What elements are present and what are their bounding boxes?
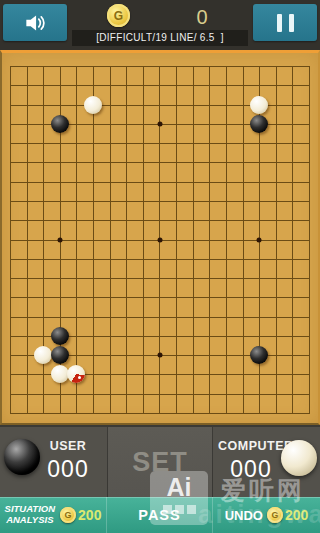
board-cell[interactable] bbox=[159, 220, 176, 239]
board-cell[interactable] bbox=[259, 374, 276, 393]
board-cell[interactable] bbox=[10, 124, 27, 143]
board-cell[interactable] bbox=[193, 105, 210, 124]
board-cell[interactable] bbox=[159, 394, 176, 413]
board-cell[interactable] bbox=[126, 105, 143, 124]
board-cell[interactable] bbox=[27, 182, 44, 201]
pass-button[interactable]: PASS bbox=[107, 497, 213, 533]
board-cell[interactable] bbox=[60, 240, 77, 259]
board-cell[interactable] bbox=[43, 201, 60, 220]
board-cell[interactable] bbox=[176, 201, 193, 220]
board-cell[interactable] bbox=[10, 201, 27, 220]
board-cell[interactable] bbox=[193, 317, 210, 336]
board-cell[interactable] bbox=[193, 297, 210, 316]
board-cell[interactable] bbox=[276, 124, 293, 143]
board-cell[interactable] bbox=[10, 240, 27, 259]
board-cell[interactable] bbox=[93, 162, 110, 181]
board-cell[interactable] bbox=[193, 259, 210, 278]
board-cell[interactable] bbox=[126, 162, 143, 181]
board-cell[interactable] bbox=[243, 259, 260, 278]
board-cell[interactable] bbox=[76, 182, 93, 201]
board-cell[interactable] bbox=[176, 278, 193, 297]
board-cell[interactable] bbox=[76, 124, 93, 143]
board-cell[interactable] bbox=[76, 297, 93, 316]
board-cell[interactable] bbox=[193, 240, 210, 259]
board-cell[interactable] bbox=[159, 124, 176, 143]
board-cell[interactable] bbox=[93, 143, 110, 162]
board-cell[interactable] bbox=[159, 105, 176, 124]
board-cell[interactable] bbox=[259, 182, 276, 201]
board-cell[interactable] bbox=[259, 297, 276, 316]
board-cell[interactable] bbox=[193, 394, 210, 413]
board-cell[interactable] bbox=[276, 297, 293, 316]
board-cell[interactable] bbox=[243, 162, 260, 181]
board-cell[interactable] bbox=[110, 182, 127, 201]
board-cell[interactable] bbox=[292, 355, 309, 374]
board-cell[interactable] bbox=[10, 355, 27, 374]
board-cell[interactable] bbox=[226, 394, 243, 413]
board-cell[interactable] bbox=[110, 143, 127, 162]
board-cell[interactable] bbox=[176, 220, 193, 239]
board-cell[interactable] bbox=[143, 124, 160, 143]
board-cell[interactable] bbox=[292, 162, 309, 181]
board-cell[interactable] bbox=[193, 201, 210, 220]
board-cell[interactable] bbox=[226, 374, 243, 393]
board-cell[interactable] bbox=[292, 143, 309, 162]
board-cell[interactable] bbox=[27, 105, 44, 124]
board-cell[interactable] bbox=[243, 66, 260, 85]
board-cell[interactable] bbox=[76, 201, 93, 220]
board-cell[interactable] bbox=[93, 394, 110, 413]
board-cell[interactable] bbox=[292, 220, 309, 239]
board-cell[interactable] bbox=[209, 355, 226, 374]
board-cell[interactable] bbox=[176, 124, 193, 143]
board-cell[interactable] bbox=[276, 182, 293, 201]
board-cell[interactable] bbox=[43, 162, 60, 181]
board-cell[interactable] bbox=[276, 240, 293, 259]
board-cell[interactable] bbox=[143, 66, 160, 85]
board-cell[interactable] bbox=[126, 85, 143, 104]
board-cell[interactable] bbox=[276, 162, 293, 181]
board-cell[interactable] bbox=[27, 66, 44, 85]
star-point bbox=[57, 237, 62, 242]
board-cell[interactable] bbox=[159, 259, 176, 278]
board-cell[interactable] bbox=[176, 240, 193, 259]
board-cell[interactable] bbox=[43, 278, 60, 297]
board-cell[interactable] bbox=[226, 124, 243, 143]
board-cell[interactable] bbox=[143, 240, 160, 259]
board-cell[interactable] bbox=[76, 162, 93, 181]
board-cell[interactable] bbox=[143, 201, 160, 220]
board-cell[interactable] bbox=[159, 374, 176, 393]
board-cell[interactable] bbox=[126, 240, 143, 259]
board-cell[interactable] bbox=[209, 105, 226, 124]
board-cell[interactable] bbox=[292, 182, 309, 201]
board-cell[interactable] bbox=[76, 220, 93, 239]
star-point bbox=[157, 237, 162, 242]
board-cell[interactable] bbox=[209, 317, 226, 336]
board-cell[interactable] bbox=[193, 85, 210, 104]
board-cell[interactable] bbox=[193, 182, 210, 201]
board-cell[interactable] bbox=[226, 201, 243, 220]
board-cell[interactable] bbox=[276, 336, 293, 355]
board-cell[interactable] bbox=[292, 66, 309, 85]
board-cell[interactable] bbox=[292, 317, 309, 336]
board-cell[interactable] bbox=[10, 220, 27, 239]
board-cell[interactable] bbox=[126, 394, 143, 413]
board-cell[interactable] bbox=[259, 143, 276, 162]
board-cell[interactable] bbox=[93, 355, 110, 374]
board-cell[interactable] bbox=[176, 66, 193, 85]
board-cell[interactable] bbox=[43, 85, 60, 104]
board-cell[interactable] bbox=[10, 66, 27, 85]
board-cell[interactable] bbox=[176, 297, 193, 316]
board-cell[interactable] bbox=[27, 220, 44, 239]
board-cell[interactable] bbox=[159, 336, 176, 355]
board-cell[interactable] bbox=[209, 124, 226, 143]
board-cell[interactable] bbox=[209, 394, 226, 413]
board-cell[interactable] bbox=[60, 162, 77, 181]
board-cell[interactable] bbox=[226, 355, 243, 374]
user-block: USER 000 bbox=[40, 439, 96, 483]
board-cell[interactable] bbox=[126, 124, 143, 143]
board-cell[interactable] bbox=[10, 297, 27, 316]
board-cell[interactable] bbox=[27, 394, 44, 413]
board-cell[interactable] bbox=[110, 105, 127, 124]
board-cell[interactable] bbox=[176, 317, 193, 336]
board-cell[interactable] bbox=[93, 201, 110, 220]
board-cell[interactable] bbox=[76, 317, 93, 336]
board-cell[interactable] bbox=[10, 85, 27, 104]
board-cell[interactable] bbox=[143, 162, 160, 181]
board-cell[interactable] bbox=[193, 355, 210, 374]
board-cell[interactable] bbox=[10, 143, 27, 162]
board-cell[interactable] bbox=[10, 278, 27, 297]
board-cell[interactable] bbox=[126, 259, 143, 278]
board-cell[interactable] bbox=[60, 66, 77, 85]
board-cell[interactable] bbox=[292, 297, 309, 316]
board-cell[interactable] bbox=[193, 374, 210, 393]
board-cell[interactable] bbox=[93, 317, 110, 336]
board-cell[interactable] bbox=[110, 259, 127, 278]
board-cell[interactable] bbox=[110, 317, 127, 336]
board-cell[interactable] bbox=[176, 182, 193, 201]
board-cell[interactable] bbox=[143, 355, 160, 374]
board-cell[interactable] bbox=[292, 278, 309, 297]
board-cell[interactable] bbox=[209, 297, 226, 316]
board-cell[interactable] bbox=[126, 201, 143, 220]
board-cell[interactable] bbox=[209, 278, 226, 297]
board-cell[interactable] bbox=[226, 240, 243, 259]
board-cell[interactable] bbox=[76, 240, 93, 259]
board-cell[interactable] bbox=[292, 240, 309, 259]
board-cell[interactable] bbox=[93, 374, 110, 393]
board-cell[interactable] bbox=[276, 317, 293, 336]
board-cell[interactable] bbox=[126, 297, 143, 316]
board-cell[interactable] bbox=[93, 336, 110, 355]
board-cell[interactable] bbox=[43, 66, 60, 85]
board-cell[interactable] bbox=[110, 124, 127, 143]
board-cell[interactable] bbox=[110, 162, 127, 181]
board-cell[interactable] bbox=[76, 278, 93, 297]
board-cell[interactable] bbox=[259, 240, 276, 259]
board-cell[interactable] bbox=[76, 259, 93, 278]
board-cell[interactable] bbox=[143, 143, 160, 162]
board-cell[interactable] bbox=[226, 220, 243, 239]
board-cell[interactable] bbox=[93, 182, 110, 201]
board-cell[interactable] bbox=[126, 220, 143, 239]
board-cell[interactable] bbox=[276, 278, 293, 297]
pause-button[interactable] bbox=[253, 4, 317, 41]
board-cell[interactable] bbox=[259, 278, 276, 297]
board-cell[interactable] bbox=[209, 201, 226, 220]
board-cell[interactable] bbox=[60, 143, 77, 162]
situation-analysis-button[interactable]: SITUATION ANALYSIS G 200 bbox=[0, 497, 107, 533]
board-cell[interactable] bbox=[226, 162, 243, 181]
board-cell[interactable] bbox=[10, 182, 27, 201]
board-cell[interactable] bbox=[209, 374, 226, 393]
board-cell[interactable] bbox=[110, 355, 127, 374]
board-cell[interactable] bbox=[209, 220, 226, 239]
board-cell[interactable] bbox=[176, 85, 193, 104]
board-cell[interactable] bbox=[60, 85, 77, 104]
board-cell[interactable] bbox=[292, 394, 309, 413]
board-cell[interactable] bbox=[110, 374, 127, 393]
board-cell[interactable] bbox=[60, 259, 77, 278]
board-cell[interactable] bbox=[159, 201, 176, 220]
set-button[interactable]: SET bbox=[107, 427, 213, 497]
board-cell[interactable] bbox=[143, 85, 160, 104]
board-cell[interactable] bbox=[276, 374, 293, 393]
board-cell[interactable] bbox=[159, 66, 176, 85]
board-cell[interactable] bbox=[243, 201, 260, 220]
board-cell[interactable] bbox=[226, 297, 243, 316]
board-cell[interactable] bbox=[110, 85, 127, 104]
board-cell[interactable] bbox=[93, 220, 110, 239]
board-cell[interactable] bbox=[259, 201, 276, 220]
board-cell[interactable] bbox=[276, 85, 293, 104]
board-cell[interactable] bbox=[193, 66, 210, 85]
board-cell[interactable] bbox=[243, 297, 260, 316]
board-cell[interactable] bbox=[176, 105, 193, 124]
board-cell[interactable] bbox=[76, 336, 93, 355]
board-cell[interactable] bbox=[93, 124, 110, 143]
board-cell[interactable] bbox=[10, 317, 27, 336]
board-cell[interactable] bbox=[243, 278, 260, 297]
board-cell[interactable] bbox=[243, 317, 260, 336]
board-cell[interactable] bbox=[27, 374, 44, 393]
board-cell[interactable] bbox=[60, 297, 77, 316]
board-cell[interactable] bbox=[193, 336, 210, 355]
board-cell[interactable] bbox=[159, 182, 176, 201]
board-cell[interactable] bbox=[276, 143, 293, 162]
board-cell[interactable] bbox=[176, 162, 193, 181]
board-cell[interactable] bbox=[143, 374, 160, 393]
board-grid[interactable] bbox=[10, 66, 310, 414]
board-cell[interactable] bbox=[43, 297, 60, 316]
board-cell[interactable] bbox=[259, 394, 276, 413]
board-cell[interactable] bbox=[176, 143, 193, 162]
board-cell[interactable] bbox=[159, 85, 176, 104]
board-cell[interactable] bbox=[93, 259, 110, 278]
board-cell[interactable] bbox=[27, 278, 44, 297]
board-cell[interactable] bbox=[76, 143, 93, 162]
board-cell[interactable] bbox=[93, 278, 110, 297]
board-cell[interactable] bbox=[259, 162, 276, 181]
board-cell[interactable] bbox=[276, 66, 293, 85]
board-cell[interactable] bbox=[209, 162, 226, 181]
board-cell[interactable] bbox=[93, 297, 110, 316]
board-cell[interactable] bbox=[27, 85, 44, 104]
board-cell[interactable] bbox=[292, 259, 309, 278]
board-cell[interactable] bbox=[209, 259, 226, 278]
board-cell[interactable] bbox=[209, 85, 226, 104]
board-cell[interactable] bbox=[10, 336, 27, 355]
board-cell[interactable] bbox=[226, 336, 243, 355]
board-cell[interactable] bbox=[93, 66, 110, 85]
board-cell[interactable] bbox=[27, 162, 44, 181]
board-cell[interactable] bbox=[60, 201, 77, 220]
board-cell[interactable] bbox=[126, 182, 143, 201]
board-cell[interactable] bbox=[143, 278, 160, 297]
board-cell[interactable] bbox=[110, 201, 127, 220]
board-cell[interactable] bbox=[259, 317, 276, 336]
board-cell[interactable] bbox=[243, 394, 260, 413]
board-cell[interactable] bbox=[209, 66, 226, 85]
board-cell[interactable] bbox=[27, 297, 44, 316]
board-cell[interactable] bbox=[209, 240, 226, 259]
board-cell[interactable] bbox=[243, 182, 260, 201]
board-cell[interactable] bbox=[276, 394, 293, 413]
board-cell[interactable] bbox=[276, 220, 293, 239]
board-cell[interactable] bbox=[176, 374, 193, 393]
board-cell[interactable] bbox=[110, 278, 127, 297]
board-cell[interactable] bbox=[10, 374, 27, 393]
board-cell[interactable] bbox=[110, 297, 127, 316]
board-cell[interactable] bbox=[276, 355, 293, 374]
board-cell[interactable] bbox=[226, 105, 243, 124]
board-cell[interactable] bbox=[143, 394, 160, 413]
board-cell[interactable] bbox=[143, 317, 160, 336]
board-cell[interactable] bbox=[226, 85, 243, 104]
board-cell[interactable] bbox=[259, 259, 276, 278]
board-cell[interactable] bbox=[10, 162, 27, 181]
board-cell[interactable] bbox=[43, 182, 60, 201]
board-cell[interactable] bbox=[126, 317, 143, 336]
board-cell[interactable] bbox=[60, 394, 77, 413]
board-cell[interactable] bbox=[27, 259, 44, 278]
board-cell[interactable] bbox=[10, 259, 27, 278]
board-cell[interactable] bbox=[10, 105, 27, 124]
board-cell[interactable] bbox=[193, 124, 210, 143]
board-cell[interactable] bbox=[27, 201, 44, 220]
board-cell[interactable] bbox=[226, 66, 243, 85]
board-cell[interactable] bbox=[226, 143, 243, 162]
board-cell[interactable] bbox=[159, 317, 176, 336]
board-cell[interactable] bbox=[27, 317, 44, 336]
board-cell[interactable] bbox=[193, 278, 210, 297]
board-cell[interactable] bbox=[110, 220, 127, 239]
board-cell[interactable] bbox=[292, 336, 309, 355]
board-cell[interactable] bbox=[292, 105, 309, 124]
board-cell[interactable] bbox=[243, 143, 260, 162]
board-cell[interactable] bbox=[292, 201, 309, 220]
board-cell[interactable] bbox=[159, 143, 176, 162]
board-cell[interactable] bbox=[60, 220, 77, 239]
board-cell[interactable] bbox=[110, 240, 127, 259]
board-cell[interactable] bbox=[276, 259, 293, 278]
board-cell[interactable] bbox=[159, 240, 176, 259]
board-cell[interactable] bbox=[126, 66, 143, 85]
board-cell[interactable] bbox=[10, 394, 27, 413]
board-cell[interactable] bbox=[226, 317, 243, 336]
board-cell[interactable] bbox=[259, 66, 276, 85]
board-cell[interactable] bbox=[259, 220, 276, 239]
board-cell[interactable] bbox=[60, 182, 77, 201]
board-cell[interactable] bbox=[243, 240, 260, 259]
board-cell[interactable] bbox=[276, 105, 293, 124]
board-cell[interactable] bbox=[126, 336, 143, 355]
board-cell[interactable] bbox=[159, 162, 176, 181]
board-cell[interactable] bbox=[43, 143, 60, 162]
board-cell[interactable] bbox=[226, 259, 243, 278]
board-cell[interactable] bbox=[159, 355, 176, 374]
board-cell[interactable] bbox=[209, 182, 226, 201]
board-cell[interactable] bbox=[209, 143, 226, 162]
board-cell[interactable] bbox=[193, 162, 210, 181]
board-cell[interactable] bbox=[143, 182, 160, 201]
board-cell[interactable] bbox=[226, 278, 243, 297]
board-cell[interactable] bbox=[60, 278, 77, 297]
board-cell[interactable] bbox=[93, 240, 110, 259]
board-cell[interactable] bbox=[76, 394, 93, 413]
board-cell[interactable] bbox=[43, 259, 60, 278]
board-cell[interactable] bbox=[110, 336, 127, 355]
board-cell[interactable] bbox=[176, 355, 193, 374]
board-cell[interactable] bbox=[276, 201, 293, 220]
board-cell[interactable] bbox=[159, 278, 176, 297]
board-cell[interactable] bbox=[126, 278, 143, 297]
board-cell[interactable] bbox=[193, 143, 210, 162]
board-cell[interactable] bbox=[176, 259, 193, 278]
board-cell[interactable] bbox=[226, 182, 243, 201]
board-cell[interactable] bbox=[126, 143, 143, 162]
board-cell[interactable] bbox=[159, 297, 176, 316]
undo-button[interactable]: UNDO G 200 bbox=[213, 497, 320, 533]
board-cell[interactable] bbox=[292, 374, 309, 393]
board-cell[interactable] bbox=[43, 240, 60, 259]
board-cell[interactable] bbox=[110, 394, 127, 413]
board-cell[interactable] bbox=[209, 336, 226, 355]
board-cell[interactable] bbox=[143, 259, 160, 278]
sound-button[interactable] bbox=[3, 4, 67, 41]
board-cell[interactable] bbox=[176, 394, 193, 413]
computer-label: COMPUTER bbox=[218, 439, 284, 453]
board-cell[interactable] bbox=[126, 355, 143, 374]
board-cell[interactable] bbox=[27, 240, 44, 259]
board-cell[interactable] bbox=[43, 394, 60, 413]
board-cell[interactable] bbox=[76, 66, 93, 85]
board-cell[interactable] bbox=[126, 374, 143, 393]
board-cell[interactable] bbox=[110, 66, 127, 85]
board-cell[interactable] bbox=[176, 336, 193, 355]
board-cell[interactable] bbox=[292, 85, 309, 104]
board-cell[interactable] bbox=[243, 374, 260, 393]
board-cell[interactable] bbox=[27, 143, 44, 162]
board-cell[interactable] bbox=[143, 297, 160, 316]
board-cell[interactable] bbox=[27, 124, 44, 143]
board-cell[interactable] bbox=[193, 220, 210, 239]
board-cell[interactable] bbox=[292, 124, 309, 143]
